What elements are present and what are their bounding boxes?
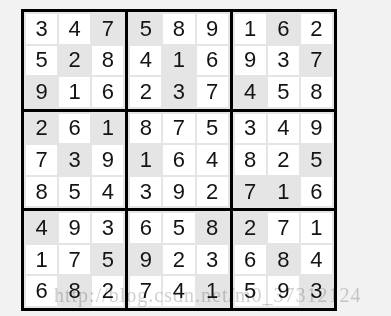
sudoku-cell-r7c9[interactable]: 1 xyxy=(301,213,332,243)
sudoku-cell-r6c8[interactable]: 1 xyxy=(268,177,299,207)
sudoku-cell-r5c4[interactable]: 1 xyxy=(130,145,161,175)
sudoku-cell-r8c2[interactable]: 7 xyxy=(59,245,90,275)
sudoku-cell-r2c7[interactable]: 9 xyxy=(235,46,266,76)
sudoku-cell-r7c7[interactable]: 2 xyxy=(235,213,266,243)
sudoku-cell-r1c7[interactable]: 1 xyxy=(235,14,266,44)
sudoku-cell-r5c5[interactable]: 6 xyxy=(163,145,194,175)
sudoku-cell-r7c8[interactable]: 7 xyxy=(268,213,299,243)
sudoku-box-3: 162937458 xyxy=(233,12,334,109)
sudoku-cell-r6c1[interactable]: 8 xyxy=(26,177,57,207)
sudoku-box-9: 271684593 xyxy=(233,211,334,308)
sudoku-cell-r9c7[interactable]: 5 xyxy=(235,276,266,306)
sudoku-cell-r7c6[interactable]: 8 xyxy=(197,213,228,243)
sudoku-cell-r8c6[interactable]: 3 xyxy=(197,245,228,275)
sudoku-box-1: 347528916 xyxy=(24,12,125,109)
sudoku-cell-r2c1[interactable]: 5 xyxy=(26,46,57,76)
sudoku-cell-r4c9[interactable]: 9 xyxy=(301,114,332,144)
sudoku-cell-r1c8[interactable]: 6 xyxy=(268,14,299,44)
sudoku-cell-r7c4[interactable]: 6 xyxy=(130,213,161,243)
sudoku-cell-r1c5[interactable]: 8 xyxy=(163,14,194,44)
sudoku-cell-r1c4[interactable]: 5 xyxy=(130,14,161,44)
sudoku-cell-r3c7[interactable]: 4 xyxy=(235,77,266,107)
sudoku-cell-r2c2[interactable]: 2 xyxy=(59,46,90,76)
sudoku-cell-r9c2[interactable]: 8 xyxy=(59,276,90,306)
sudoku-cell-r1c6[interactable]: 9 xyxy=(197,14,228,44)
sudoku-box-2: 589416237 xyxy=(128,12,229,109)
sudoku-cell-r3c2[interactable]: 1 xyxy=(59,77,90,107)
sudoku-cell-r7c1[interactable]: 4 xyxy=(26,213,57,243)
sudoku-cell-r8c4[interactable]: 9 xyxy=(130,245,161,275)
sudoku-cell-r9c4[interactable]: 7 xyxy=(130,276,161,306)
sudoku-screenshot: 3475289165894162371629374582617398548751… xyxy=(0,0,391,316)
sudoku-cell-r4c2[interactable]: 6 xyxy=(59,114,90,144)
sudoku-cell-r4c8[interactable]: 4 xyxy=(268,114,299,144)
sudoku-cell-r9c1[interactable]: 6 xyxy=(26,276,57,306)
sudoku-cell-r8c8[interactable]: 8 xyxy=(268,245,299,275)
sudoku-cell-r8c7[interactable]: 6 xyxy=(235,245,266,275)
sudoku-cell-r4c5[interactable]: 7 xyxy=(163,114,194,144)
sudoku-cell-r3c4[interactable]: 2 xyxy=(130,77,161,107)
sudoku-cell-r2c8[interactable]: 3 xyxy=(268,46,299,76)
sudoku-cell-r4c1[interactable]: 2 xyxy=(26,114,57,144)
sudoku-cell-r6c9[interactable]: 6 xyxy=(301,177,332,207)
sudoku-cell-r6c5[interactable]: 9 xyxy=(163,177,194,207)
sudoku-cell-r8c1[interactable]: 1 xyxy=(26,245,57,275)
sudoku-cell-r5c3[interactable]: 9 xyxy=(92,145,123,175)
sudoku-cell-r6c3[interactable]: 4 xyxy=(92,177,123,207)
sudoku-cell-r7c3[interactable]: 3 xyxy=(92,213,123,243)
sudoku-cell-r2c6[interactable]: 6 xyxy=(197,46,228,76)
sudoku-cell-r6c7[interactable]: 7 xyxy=(235,177,266,207)
sudoku-cell-r2c3[interactable]: 8 xyxy=(92,46,123,76)
sudoku-cell-r5c2[interactable]: 3 xyxy=(59,145,90,175)
sudoku-cell-r3c3[interactable]: 6 xyxy=(92,77,123,107)
sudoku-cell-r3c5[interactable]: 3 xyxy=(163,77,194,107)
sudoku-box-5: 875164392 xyxy=(128,112,229,209)
sudoku-cell-r6c6[interactable]: 2 xyxy=(197,177,228,207)
sudoku-cell-r4c7[interactable]: 3 xyxy=(235,114,266,144)
sudoku-cell-r7c5[interactable]: 5 xyxy=(163,213,194,243)
sudoku-cell-r8c3[interactable]: 5 xyxy=(92,245,123,275)
sudoku-cell-r2c5[interactable]: 1 xyxy=(163,46,194,76)
sudoku-box-4: 261739854 xyxy=(24,112,125,209)
sudoku-cell-r8c9[interactable]: 4 xyxy=(301,245,332,275)
sudoku-cell-r1c1[interactable]: 3 xyxy=(26,14,57,44)
sudoku-cell-r3c8[interactable]: 5 xyxy=(268,77,299,107)
sudoku-cell-r5c7[interactable]: 8 xyxy=(235,145,266,175)
sudoku-board: 3475289165894162371629374582617398548751… xyxy=(21,9,337,311)
sudoku-box-8: 658923741 xyxy=(128,211,229,308)
sudoku-cell-r7c2[interactable]: 9 xyxy=(59,213,90,243)
sudoku-cell-r6c4[interactable]: 3 xyxy=(130,177,161,207)
sudoku-cell-r4c6[interactable]: 5 xyxy=(197,114,228,144)
sudoku-cell-r2c9[interactable]: 7 xyxy=(301,46,332,76)
sudoku-cell-r8c5[interactable]: 2 xyxy=(163,245,194,275)
sudoku-cell-r3c1[interactable]: 9 xyxy=(26,77,57,107)
sudoku-cell-r2c4[interactable]: 4 xyxy=(130,46,161,76)
sudoku-box-6: 349825716 xyxy=(233,112,334,209)
sudoku-cell-r9c5[interactable]: 4 xyxy=(163,276,194,306)
sudoku-cell-r4c3[interactable]: 1 xyxy=(92,114,123,144)
sudoku-cell-r9c3[interactable]: 2 xyxy=(92,276,123,306)
sudoku-cell-r9c8[interactable]: 9 xyxy=(268,276,299,306)
sudoku-cell-r1c9[interactable]: 2 xyxy=(301,14,332,44)
sudoku-box-7: 493175682 xyxy=(24,211,125,308)
sudoku-cell-r3c9[interactable]: 8 xyxy=(301,77,332,107)
sudoku-cell-r5c9[interactable]: 5 xyxy=(301,145,332,175)
sudoku-cell-r3c6[interactable]: 7 xyxy=(197,77,228,107)
sudoku-cell-r5c6[interactable]: 4 xyxy=(197,145,228,175)
sudoku-cell-r9c9[interactable]: 3 xyxy=(301,276,332,306)
sudoku-cell-r1c2[interactable]: 4 xyxy=(59,14,90,44)
sudoku-cell-r6c2[interactable]: 5 xyxy=(59,177,90,207)
sudoku-cell-r5c8[interactable]: 2 xyxy=(268,145,299,175)
sudoku-cell-r5c1[interactable]: 7 xyxy=(26,145,57,175)
sudoku-cell-r1c3[interactable]: 7 xyxy=(92,14,123,44)
sudoku-cell-r9c6[interactable]: 1 xyxy=(197,276,228,306)
sudoku-cell-r4c4[interactable]: 8 xyxy=(130,114,161,144)
